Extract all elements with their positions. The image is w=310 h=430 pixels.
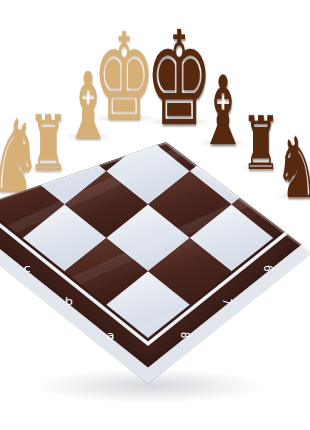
black-bishop-piece: ♝ [198,64,247,159]
file-label: b [64,296,72,306]
file-label: c [23,263,30,273]
black-knight-piece: ♞ [275,126,310,210]
chess-set-product-photo: ♞♜♝♚♚♝♜♞ abcd8765 [0,0,310,430]
file-label: a [106,330,114,340]
rank-label: 6 [263,265,276,272]
rank-label: 8 [179,332,192,339]
rank-label: 7 [221,298,234,305]
white-rook-piece: ♜ [28,106,68,182]
